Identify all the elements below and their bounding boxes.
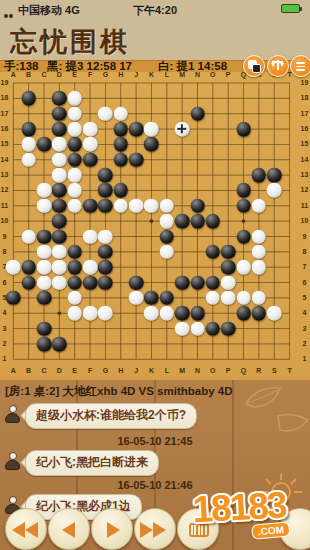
coord-bottom-J: J bbox=[131, 367, 141, 375]
white-stone-R7 bbox=[252, 260, 267, 275]
black-stone-M4 bbox=[175, 306, 190, 321]
black-stone-D9 bbox=[52, 229, 67, 244]
black-stone-Q4 bbox=[236, 306, 251, 321]
status-bar: 中国移动 4G 下午4:20 bbox=[0, 0, 310, 18]
black-stone-L5 bbox=[160, 291, 175, 306]
black-stone-D2 bbox=[52, 337, 67, 352]
white-stone-B14 bbox=[21, 152, 36, 167]
coord-right-4: 4 bbox=[300, 309, 310, 317]
white-stone-E4 bbox=[67, 306, 82, 321]
coord-right-6: 6 bbox=[300, 279, 310, 287]
white-stone-C8 bbox=[37, 245, 52, 260]
white-stone-S4 bbox=[267, 306, 282, 321]
coord-bottom-T: T bbox=[285, 367, 295, 375]
white-stone-C6 bbox=[37, 275, 52, 290]
coord-left-9: 9 bbox=[0, 233, 10, 241]
black-stone-E14 bbox=[67, 152, 82, 167]
coord-left-15: 15 bbox=[0, 140, 10, 148]
white-stone-R5 bbox=[252, 291, 267, 306]
black-stone-S13 bbox=[267, 168, 282, 183]
coord-bottom-B: B bbox=[24, 367, 34, 375]
white-stone-M16 bbox=[175, 122, 190, 137]
coord-left-16: 16 bbox=[0, 125, 10, 133]
coord-right-7: 7 bbox=[300, 263, 310, 271]
white-stone-E5 bbox=[67, 291, 82, 306]
white-stone-P6 bbox=[221, 275, 236, 290]
white-stone-E13 bbox=[67, 168, 82, 183]
menu-button[interactable] bbox=[290, 55, 310, 77]
black-stone-F6 bbox=[83, 275, 98, 290]
white-stone-L10 bbox=[160, 214, 175, 229]
black-stone-C9 bbox=[37, 229, 52, 244]
chat-message: 超级小水杯:谁能给我2个币? bbox=[0, 404, 310, 428]
black-stone-D10 bbox=[52, 214, 67, 229]
black-stone-Q16 bbox=[236, 122, 251, 137]
black-stone-E8 bbox=[67, 245, 82, 260]
chat-bubble: 超级小水杯:谁能给我2个币? bbox=[25, 403, 197, 429]
black-stone-C3 bbox=[37, 321, 52, 336]
black-stone-J16 bbox=[129, 122, 144, 137]
coord-right-19: 19 bbox=[300, 79, 310, 87]
coord-left-10: 10 bbox=[0, 217, 10, 225]
black-stone-H14 bbox=[113, 152, 128, 167]
black-stone-R13 bbox=[252, 168, 267, 183]
watermark-com: .COM bbox=[251, 521, 290, 539]
coord-left-14: 14 bbox=[0, 156, 10, 164]
left-arrow-icon bbox=[62, 522, 75, 538]
coord-bottom-P: P bbox=[223, 367, 233, 375]
coord-right-3: 3 bbox=[300, 325, 310, 333]
white-stone-A7 bbox=[6, 260, 21, 275]
white-stone-D8 bbox=[52, 245, 67, 260]
black-stone-Q12 bbox=[236, 183, 251, 198]
game-room-header: [房:1 桌:2] 大地红xhb 4D VS smithbaby 4D bbox=[5, 384, 232, 399]
white-stone-C7 bbox=[37, 260, 52, 275]
black-stone-G7 bbox=[98, 260, 113, 275]
hamburger-icon bbox=[296, 62, 305, 64]
coord-right-18: 18 bbox=[300, 94, 310, 102]
app-frame: 忘忧围棋 中国移动 4G 下午4:20 手:138 黑: 提3 12:58 17… bbox=[0, 0, 310, 550]
white-stone-G4 bbox=[98, 306, 113, 321]
coord-right-10: 10 bbox=[300, 217, 310, 225]
black-stone-J6 bbox=[129, 275, 144, 290]
coord-top-K: K bbox=[146, 71, 156, 79]
white-stone-M3 bbox=[175, 321, 190, 336]
coord-left-12: 12 bbox=[0, 186, 10, 194]
black-stone-H12 bbox=[113, 183, 128, 198]
black-stone-J14 bbox=[129, 152, 144, 167]
white-stone-J11 bbox=[129, 199, 144, 214]
coord-left-8: 8 bbox=[0, 248, 10, 256]
white-stone-B9 bbox=[21, 229, 36, 244]
white-stone-F7 bbox=[83, 260, 98, 275]
battery-icon bbox=[281, 4, 300, 13]
coord-top-D: D bbox=[54, 71, 64, 79]
coord-left-11: 11 bbox=[0, 202, 10, 210]
coord-right-13: 13 bbox=[300, 171, 310, 179]
coord-left-18: 18 bbox=[0, 94, 10, 102]
coord-left-19: 19 bbox=[0, 79, 10, 87]
double-right-icon bbox=[140, 522, 153, 538]
black-stone-L9 bbox=[160, 229, 175, 244]
black-stone-G6 bbox=[98, 275, 113, 290]
app-title: 忘忧围棋 bbox=[10, 24, 130, 60]
coord-bottom-Q: Q bbox=[239, 367, 249, 375]
white-stone-D15 bbox=[52, 137, 67, 152]
coord-right-8: 8 bbox=[300, 248, 310, 256]
white-stone-G9 bbox=[98, 229, 113, 244]
white-stone-E12 bbox=[67, 183, 82, 198]
fast-forward-button[interactable] bbox=[134, 508, 176, 550]
rewind-to-start-button[interactable] bbox=[5, 508, 47, 550]
white-stone-L11 bbox=[160, 199, 175, 214]
coord-bottom-E: E bbox=[70, 367, 80, 375]
white-stone-H11 bbox=[113, 199, 128, 214]
white-stone-H17 bbox=[113, 106, 128, 121]
white-stone-K4 bbox=[144, 306, 159, 321]
coord-left-2: 2 bbox=[0, 340, 10, 348]
black-stone-M10 bbox=[175, 214, 190, 229]
coord-top-O: O bbox=[208, 71, 218, 79]
black-stone-K5 bbox=[144, 291, 159, 306]
user-avatar-icon bbox=[5, 452, 20, 471]
exchange-stones-button[interactable] bbox=[243, 55, 265, 77]
coord-right-12: 12 bbox=[300, 186, 310, 194]
black-stone-D12 bbox=[52, 183, 67, 198]
coord-top-L: L bbox=[162, 71, 172, 79]
white-stone-F4 bbox=[83, 306, 98, 321]
coord-bottom-L: L bbox=[162, 367, 172, 375]
black-stone-G12 bbox=[98, 183, 113, 198]
black-stone-N4 bbox=[190, 306, 205, 321]
coord-right-11: 11 bbox=[300, 202, 310, 210]
white-stone-F15 bbox=[83, 137, 98, 152]
coord-bottom-A: A bbox=[8, 367, 18, 375]
coord-top-F: F bbox=[85, 71, 95, 79]
black-stone-D17 bbox=[52, 106, 67, 121]
black-stone-C15 bbox=[37, 137, 52, 152]
coord-bottom-C: C bbox=[39, 367, 49, 375]
coord-top-C: C bbox=[39, 71, 49, 79]
white-stone-S12 bbox=[267, 183, 282, 198]
double-left-icon bbox=[12, 522, 25, 538]
white-stone-B15 bbox=[21, 137, 36, 152]
white-stone-E18 bbox=[67, 91, 82, 106]
black-stone-H16 bbox=[113, 122, 128, 137]
count-scales-button[interactable] bbox=[267, 55, 289, 77]
white-stone-D14 bbox=[52, 152, 67, 167]
black-stone-N6 bbox=[190, 275, 205, 290]
coord-right-5: 5 bbox=[300, 294, 310, 302]
coord-left-13: 13 bbox=[0, 171, 10, 179]
white-stone-C11 bbox=[37, 199, 52, 214]
black-stone-E6 bbox=[67, 275, 82, 290]
black-stone-O3 bbox=[206, 321, 221, 336]
black-stone-N10 bbox=[190, 214, 205, 229]
white-stone-P5 bbox=[221, 291, 236, 306]
coord-bottom-F: F bbox=[85, 367, 95, 375]
coord-bottom-K: K bbox=[146, 367, 156, 375]
coord-left-4: 4 bbox=[0, 309, 10, 317]
coord-top-B: B bbox=[24, 71, 34, 79]
coord-bottom-H: H bbox=[116, 367, 126, 375]
black-stone-C5 bbox=[37, 291, 52, 306]
step-forward-button[interactable] bbox=[91, 508, 133, 550]
black-stone-Q9 bbox=[236, 229, 251, 244]
black-stone-B16 bbox=[21, 122, 36, 137]
white-stone-C12 bbox=[37, 183, 52, 198]
chat-bubble: 纪小飞:黑把白断进来 bbox=[25, 450, 159, 476]
black-stone-P8 bbox=[221, 245, 236, 260]
black-stone-B6 bbox=[21, 275, 36, 290]
black-stone-O8 bbox=[206, 245, 221, 260]
coord-right-17: 17 bbox=[300, 110, 310, 118]
black-stone-A5 bbox=[6, 291, 21, 306]
coord-top-P: P bbox=[223, 71, 233, 79]
black-stone-F14 bbox=[83, 152, 98, 167]
step-back-button[interactable] bbox=[48, 508, 90, 550]
watermark-18183: 18183 .COM bbox=[191, 481, 310, 549]
black-stone-P7 bbox=[221, 260, 236, 275]
chat-timestamp: 16-05-10 21:45 bbox=[0, 435, 310, 447]
black-stone-K15 bbox=[144, 137, 159, 152]
white-stone-L4 bbox=[160, 306, 175, 321]
coord-top-M: M bbox=[177, 71, 187, 79]
coord-bottom-N: N bbox=[193, 367, 203, 375]
coord-right-15: 15 bbox=[300, 140, 310, 148]
coord-top-E: E bbox=[70, 71, 80, 79]
coord-bottom-O: O bbox=[208, 367, 218, 375]
coord-bottom-R: R bbox=[254, 367, 264, 375]
black-stone-N17 bbox=[190, 106, 205, 121]
black-stone-R4 bbox=[252, 306, 267, 321]
black-stone-G8 bbox=[98, 245, 113, 260]
black-stone-F11 bbox=[83, 199, 98, 214]
white-stone-E16 bbox=[67, 122, 82, 137]
black-stone-D18 bbox=[52, 91, 67, 106]
black-stone-O6 bbox=[206, 275, 221, 290]
black-stone-N11 bbox=[190, 199, 205, 214]
coord-top-A: A bbox=[8, 71, 18, 79]
white-stone-Q7 bbox=[236, 260, 251, 275]
black-stone-B18 bbox=[21, 91, 36, 106]
right-arrow-icon bbox=[107, 522, 120, 538]
coord-top-G: G bbox=[100, 71, 110, 79]
white-stone-K11 bbox=[144, 199, 159, 214]
black-stone-B7 bbox=[21, 260, 36, 275]
black-stone-M6 bbox=[175, 275, 190, 290]
black-stone-C2 bbox=[37, 337, 52, 352]
white-stone-K16 bbox=[144, 122, 159, 137]
white-stone-D7 bbox=[52, 260, 67, 275]
black-stone-E7 bbox=[67, 260, 82, 275]
coord-bottom-G: G bbox=[100, 367, 110, 375]
coord-right-1: 1 bbox=[300, 355, 310, 363]
coord-right-9: 9 bbox=[300, 233, 310, 241]
white-stone-L8 bbox=[160, 245, 175, 260]
status-time: 下午4:20 bbox=[0, 3, 310, 18]
coord-bottom-M: M bbox=[177, 367, 187, 375]
white-stone-R9 bbox=[252, 229, 267, 244]
coord-top-J: J bbox=[131, 71, 141, 79]
coord-bottom-D: D bbox=[54, 367, 64, 375]
white-stone-N3 bbox=[190, 321, 205, 336]
white-stone-J5 bbox=[129, 291, 144, 306]
white-stone-R8 bbox=[252, 245, 267, 260]
coord-left-17: 17 bbox=[0, 110, 10, 118]
white-stone-Q5 bbox=[236, 291, 251, 306]
black-stone-H15 bbox=[113, 137, 128, 152]
coord-right-16: 16 bbox=[300, 125, 310, 133]
black-stone-P3 bbox=[221, 321, 236, 336]
white-stone-E11 bbox=[67, 199, 82, 214]
coord-top-H: H bbox=[116, 71, 126, 79]
go-board[interactable]: AABBCCDDEEFFGGHHJJKKLLMMNNOOPPQQRRSSTT19… bbox=[0, 72, 310, 380]
white-stone-O5 bbox=[206, 291, 221, 306]
coord-left-1: 1 bbox=[0, 355, 10, 363]
black-stone-Q11 bbox=[236, 199, 251, 214]
user-avatar-icon bbox=[5, 405, 20, 424]
white-stone-D6 bbox=[52, 275, 67, 290]
coord-left-3: 3 bbox=[0, 325, 10, 333]
coord-right-14: 14 bbox=[300, 156, 310, 164]
black-stone-D16 bbox=[52, 122, 67, 137]
black-stone-O10 bbox=[206, 214, 221, 229]
white-stone-R11 bbox=[252, 199, 267, 214]
coord-right-2: 2 bbox=[300, 340, 310, 348]
white-stone-G17 bbox=[98, 106, 113, 121]
coord-left-6: 6 bbox=[0, 279, 10, 287]
black-stone-icon bbox=[252, 64, 261, 73]
white-stone-F16 bbox=[83, 122, 98, 137]
black-stone-G13 bbox=[98, 168, 113, 183]
coord-top-N: N bbox=[193, 71, 203, 79]
black-stone-G11 bbox=[98, 199, 113, 214]
coord-bottom-S: S bbox=[269, 367, 279, 375]
white-stone-D13 bbox=[52, 168, 67, 183]
white-stone-E17 bbox=[67, 106, 82, 121]
black-stone-E15 bbox=[67, 137, 82, 152]
white-stone-F9 bbox=[83, 229, 98, 244]
black-stone-D11 bbox=[52, 199, 67, 214]
